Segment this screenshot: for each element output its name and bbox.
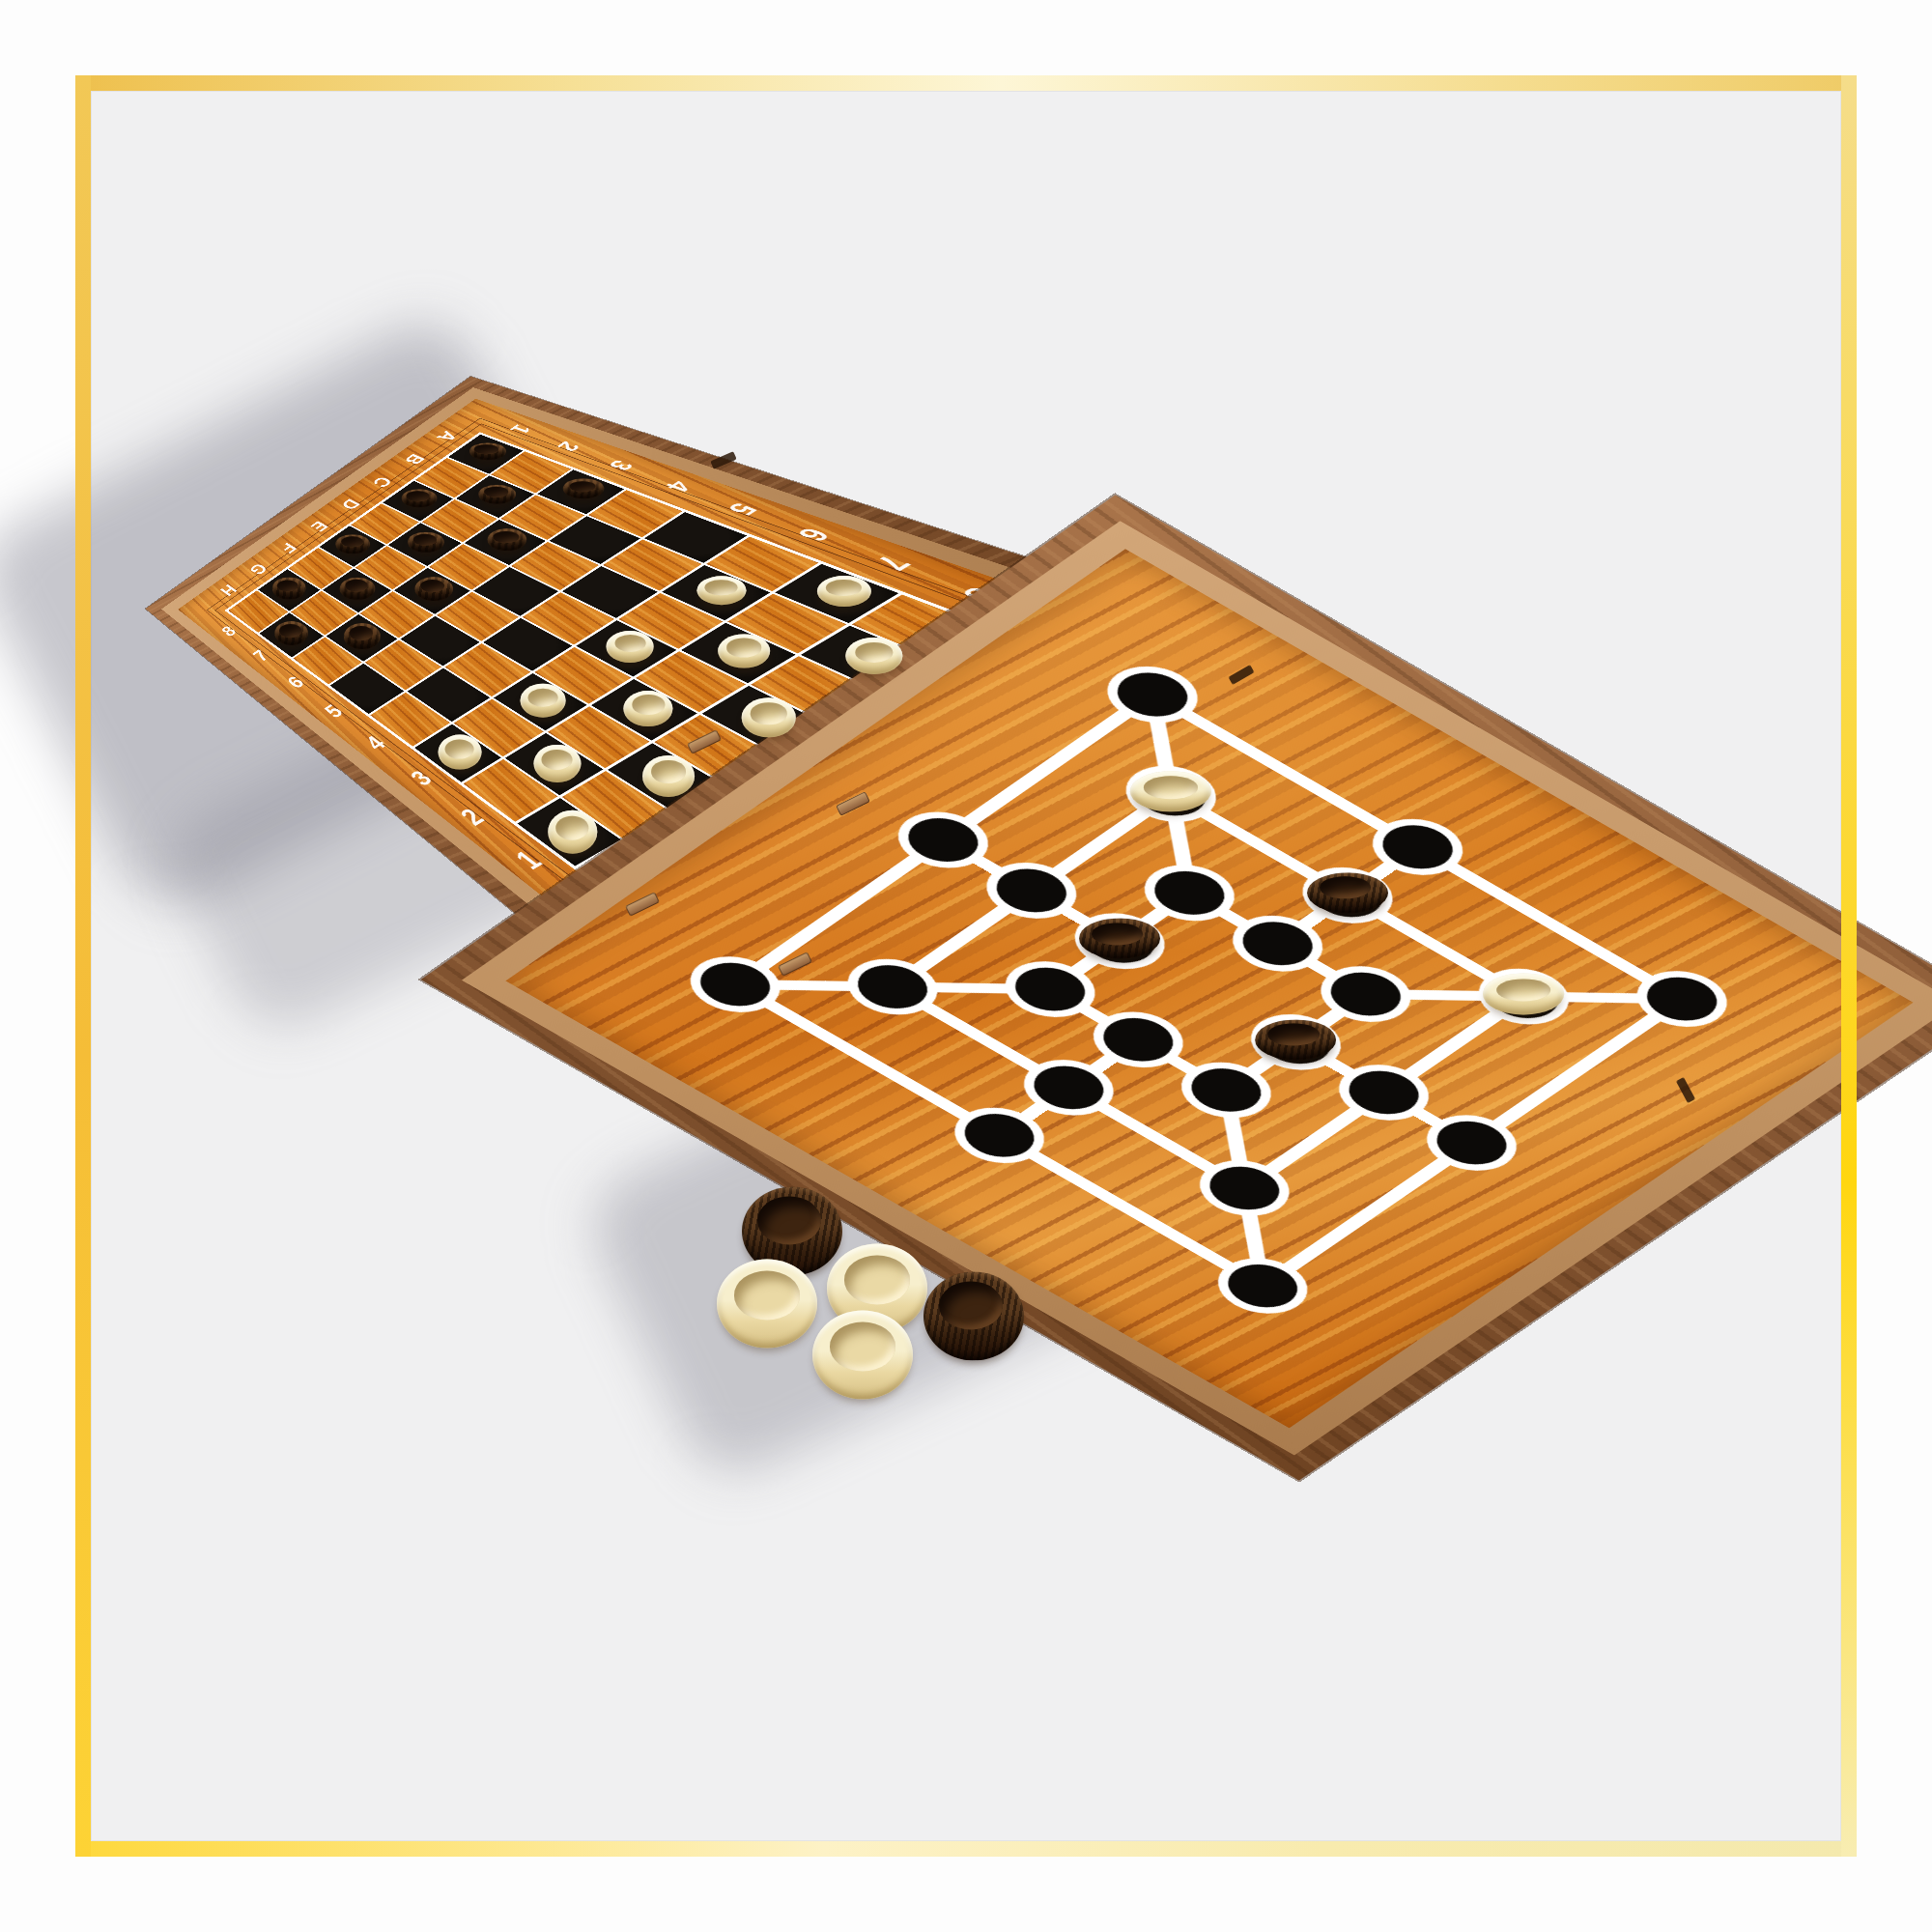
checkers-piece-dark-a7[interactable] <box>274 621 309 645</box>
morris-line-a7-d7 <box>1152 695 1418 847</box>
morris-piece-white-f6[interactable] <box>1483 974 1564 1014</box>
loose-piece-light-4[interactable] <box>812 1310 913 1399</box>
gold-frame-top <box>75 75 1857 91</box>
scene-caption: Open two-panel wooden game box: left tra… <box>0 0 1 1</box>
checkers-piece-dark-b6[interactable] <box>344 623 381 649</box>
checkers-piece-dark-e7[interactable] <box>408 531 444 553</box>
checkers-piece-dark-d6[interactable] <box>414 577 453 601</box>
morris-line-a1-a4 <box>735 840 943 985</box>
checkers-piece-light-f2[interactable] <box>718 634 770 668</box>
checkers-piece-light-b2[interactable] <box>533 745 581 783</box>
morris-line-d7-g7 <box>1418 847 1683 999</box>
morris-line-g1-d1 <box>1000 1135 1264 1286</box>
gold-frame-bottom <box>75 1841 1857 1857</box>
morris-line-g7-g4 <box>1471 999 1682 1143</box>
checkers-piece-dark-h6[interactable] <box>563 479 605 499</box>
checkers-piece-light-g1[interactable] <box>845 638 902 674</box>
loose-piece-dark-5[interactable] <box>923 1271 1024 1360</box>
morris-piece-black-c4[interactable] <box>1079 919 1160 959</box>
morris-piece-black-e4[interactable] <box>1256 1019 1337 1060</box>
checkers-piece-dark-h8[interactable] <box>469 442 506 460</box>
checkers-piece-light-e1[interactable] <box>742 697 797 737</box>
morris-line-a4-a7 <box>943 695 1152 839</box>
morris-piece-black-d6[interactable] <box>1307 872 1388 913</box>
gold-frame-left <box>75 75 91 1857</box>
checkers-piece-dark-g7[interactable] <box>478 484 517 503</box>
checkers-piece-light-a3[interactable] <box>438 735 481 770</box>
screenshot-stage: AHBGCFDEEDFCGBHA1122334455667788 Open tw… <box>0 0 1932 1932</box>
morris-line-g4-g1 <box>1263 1143 1471 1286</box>
checkers-piece-light-e3[interactable] <box>607 631 654 662</box>
checkers-piece-dark-c7[interactable] <box>340 578 376 601</box>
checkers-piece-light-c3[interactable] <box>521 684 566 718</box>
loose-piece-light-2[interactable] <box>717 1259 817 1348</box>
checkers-piece-dark-d8[interactable] <box>336 534 371 554</box>
checkers-piece-dark-b8[interactable] <box>272 578 306 599</box>
checkers-piece-light-c1[interactable] <box>642 755 695 797</box>
gold-frame-right <box>1841 75 1857 1857</box>
checkers-piece-light-h2[interactable] <box>816 576 870 607</box>
checkers-piece-light-g3[interactable] <box>696 576 746 605</box>
